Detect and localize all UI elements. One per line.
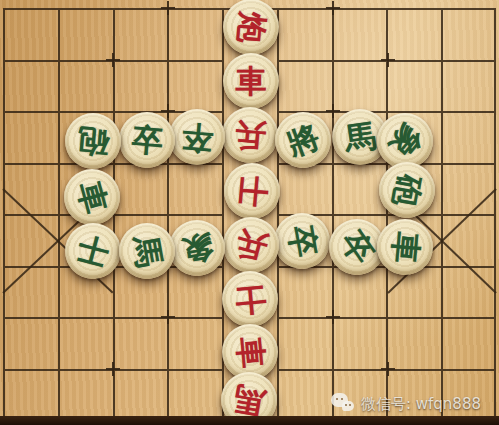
piece-character: 車 <box>236 66 267 97</box>
piece-character: 卒 <box>284 223 320 259</box>
xiangqi-piece-green[interactable]: 象 <box>169 220 225 276</box>
point-marker <box>326 104 340 118</box>
board-cell[interactable] <box>386 8 441 60</box>
board-cell[interactable] <box>167 317 222 369</box>
xiangqi-piece-red[interactable]: 士 <box>224 163 280 219</box>
piece-character: 象 <box>383 119 427 163</box>
board-cell[interactable] <box>3 369 58 421</box>
board-cell[interactable] <box>386 60 441 112</box>
piece-character: 車 <box>233 335 267 369</box>
point-marker <box>161 104 175 118</box>
piece-character: 砲 <box>76 124 110 158</box>
xiangqi-piece-green[interactable]: 砲 <box>379 162 435 218</box>
board-cell[interactable] <box>441 317 496 369</box>
wechat-icon <box>331 393 355 415</box>
board-cell[interactable] <box>58 369 113 421</box>
board-cell[interactable] <box>167 163 222 215</box>
piece-character: 馬 <box>231 382 267 418</box>
piece-character: 士 <box>74 232 112 270</box>
board-cell[interactable] <box>441 8 496 60</box>
xiangqi-piece-red[interactable]: 炮 <box>223 0 279 55</box>
piece-character: 兵 <box>232 226 270 264</box>
board-bottom-edge <box>0 416 499 425</box>
piece-character: 卒 <box>335 225 378 268</box>
watermark-text: 微信号: wfqn888 <box>361 395 481 414</box>
point-marker <box>326 310 340 324</box>
board-cell[interactable] <box>3 60 58 112</box>
piece-character: 車 <box>73 178 111 216</box>
piece-character: 象 <box>179 230 215 266</box>
board-cell[interactable] <box>3 214 58 266</box>
xiangqi-piece-green[interactable]: 車 <box>64 169 120 225</box>
piece-character: 將 <box>283 120 323 160</box>
xiangqi-board-photo: 炮車兵卒馬卒將砲象砲士車卒兵卒車象士馬士車馬 微信号: wfqn888 <box>0 0 499 425</box>
xiangqi-piece-red[interactable]: 兵 <box>222 107 278 163</box>
board-cell[interactable] <box>3 163 58 215</box>
xiangqi-piece-green[interactable]: 車 <box>377 219 433 275</box>
board-cell[interactable] <box>3 317 58 369</box>
board-cell[interactable] <box>113 8 168 60</box>
board-cell[interactable] <box>58 8 113 60</box>
piece-character: 士 <box>235 174 269 208</box>
piece-character: 砲 <box>389 172 425 208</box>
board-cell[interactable] <box>3 111 58 163</box>
board-cell[interactable] <box>277 8 332 60</box>
board-cell[interactable] <box>441 60 496 112</box>
xiangqi-piece-red[interactable]: 兵 <box>223 217 279 273</box>
piece-character: 馬 <box>342 119 377 154</box>
board-cell[interactable] <box>58 317 113 369</box>
board-cell[interactable] <box>3 8 58 60</box>
board-cell[interactable] <box>113 317 168 369</box>
piece-character: 馬 <box>129 233 165 269</box>
piece-character: 卒 <box>180 120 214 154</box>
board-cell[interactable] <box>441 163 496 215</box>
piece-character: 卒 <box>130 123 164 157</box>
board-cell[interactable] <box>441 214 496 266</box>
point-marker <box>106 362 120 376</box>
board-cell[interactable] <box>277 266 332 318</box>
board-cell[interactable] <box>58 60 113 112</box>
board-cell[interactable] <box>386 317 441 369</box>
board-cell[interactable] <box>441 111 496 163</box>
point-marker <box>106 53 120 67</box>
xiangqi-piece-green[interactable]: 象 <box>377 113 433 169</box>
point-marker <box>381 362 395 376</box>
point-marker <box>381 53 395 67</box>
xiangqi-piece-red[interactable]: 車 <box>223 53 279 109</box>
xiangqi-piece-green[interactable]: 卒 <box>274 213 330 269</box>
board-cell[interactable] <box>332 8 387 60</box>
piece-character: 士 <box>233 282 267 316</box>
board-cell[interactable] <box>167 60 222 112</box>
point-marker <box>161 310 175 324</box>
xiangqi-piece-green[interactable]: 砲 <box>65 113 121 169</box>
board-cell[interactable] <box>3 266 58 318</box>
board-cell[interactable] <box>277 369 332 421</box>
piece-character: 炮 <box>234 10 268 44</box>
xiangqi-piece-red[interactable]: 士 <box>222 271 278 327</box>
piece-character: 兵 <box>233 118 267 152</box>
board-cell[interactable] <box>441 266 496 318</box>
xiangqi-piece-green[interactable]: 將 <box>275 112 331 168</box>
board-cell[interactable] <box>277 60 332 112</box>
board-cell[interactable] <box>113 163 168 215</box>
point-marker <box>326 1 340 15</box>
xiangqi-piece-green[interactable]: 卒 <box>119 112 175 168</box>
xiangqi-piece-green[interactable]: 卒 <box>169 109 225 165</box>
board-cell[interactable] <box>113 60 168 112</box>
watermark: 微信号: wfqn888 <box>331 393 481 415</box>
xiangqi-piece-green[interactable]: 馬 <box>119 223 175 279</box>
xiangqi-piece-green[interactable]: 士 <box>65 223 121 279</box>
board-cell[interactable] <box>167 8 222 60</box>
point-marker <box>161 1 175 15</box>
board-cell[interactable] <box>332 317 387 369</box>
board-cell[interactable] <box>167 369 222 421</box>
board-cell[interactable] <box>113 369 168 421</box>
board-cell[interactable] <box>277 317 332 369</box>
board-cell[interactable] <box>277 163 332 215</box>
piece-character: 車 <box>388 230 422 264</box>
